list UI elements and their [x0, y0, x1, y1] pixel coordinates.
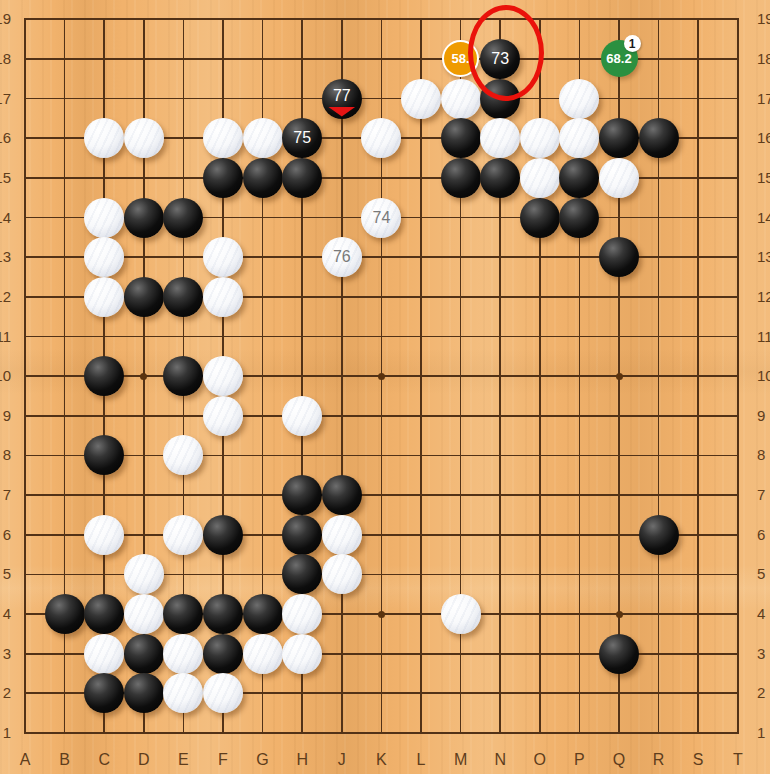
- white-stone-C14: [84, 198, 124, 238]
- row-label-right-2: 2: [757, 683, 770, 703]
- column-label-D: D: [129, 750, 159, 770]
- white-stone-F12: [203, 277, 243, 317]
- column-label-C: C: [89, 750, 119, 770]
- column-label-K: K: [366, 750, 396, 770]
- black-stone-R16: [639, 118, 679, 158]
- row-label-right-3: 3: [757, 644, 770, 664]
- grid-line-vertical: [697, 18, 699, 734]
- black-stone-Q16: [599, 118, 639, 158]
- row-label-left-17: 17: [0, 89, 11, 109]
- black-stone-D2: [124, 673, 164, 713]
- star-point: [140, 373, 147, 380]
- black-stone-Q3: [599, 634, 639, 674]
- move-number: 77: [333, 88, 351, 104]
- grid-line-vertical: [420, 18, 422, 734]
- black-stone-J7: [322, 475, 362, 515]
- black-stone-O14: [520, 198, 560, 238]
- row-label-right-17: 17: [757, 89, 770, 109]
- white-stone-D4: [124, 594, 164, 634]
- row-label-right-6: 6: [757, 525, 770, 545]
- column-label-M: M: [446, 750, 476, 770]
- black-stone-H15: [282, 158, 322, 198]
- row-label-left-19: 19: [0, 9, 11, 29]
- row-label-left-13: 13: [0, 247, 11, 267]
- row-label-left-5: 5: [0, 564, 11, 584]
- last-move-marker: [328, 107, 356, 117]
- black-stone-B4: [45, 594, 85, 634]
- row-label-left-1: 1: [0, 723, 11, 743]
- white-stone-O16: [520, 118, 560, 158]
- black-stone-F6: [203, 515, 243, 555]
- highlight-ellipse: [468, 5, 544, 101]
- column-label-E: E: [168, 750, 198, 770]
- white-stone-F9: [203, 396, 243, 436]
- grid-line-horizontal: [24, 455, 739, 457]
- black-stone-F15: [203, 158, 243, 198]
- grid-line-horizontal: [24, 415, 739, 417]
- row-label-right-5: 5: [757, 564, 770, 584]
- row-label-left-9: 9: [0, 406, 11, 426]
- white-stone-E6: [163, 515, 203, 555]
- black-stone-C4: [84, 594, 124, 634]
- white-stone-G16: [243, 118, 283, 158]
- column-label-H: H: [287, 750, 317, 770]
- candidate-score: 58.: [452, 51, 470, 66]
- row-label-left-12: 12: [0, 287, 11, 307]
- grid-line-vertical: [737, 18, 739, 734]
- move-number: 74: [372, 210, 390, 226]
- row-label-right-9: 9: [757, 406, 770, 426]
- white-stone-F10: [203, 356, 243, 396]
- black-stone-E14: [163, 198, 203, 238]
- black-stone-G4: [243, 594, 283, 634]
- column-label-A: A: [10, 750, 40, 770]
- row-label-right-14: 14: [757, 208, 770, 228]
- white-stone-Q15: [599, 158, 639, 198]
- white-stone-P17: [559, 79, 599, 119]
- row-label-right-4: 4: [757, 604, 770, 624]
- star-point: [378, 611, 385, 618]
- column-label-L: L: [406, 750, 436, 770]
- white-stone-F13: [203, 237, 243, 277]
- row-label-right-12: 12: [757, 287, 770, 307]
- row-label-left-11: 11: [0, 327, 11, 347]
- black-stone-H6: [282, 515, 322, 555]
- move-number: 76: [333, 249, 351, 265]
- black-stone-Q13: [599, 237, 639, 277]
- candidate-move-Q18[interactable]: 68.21: [601, 40, 638, 77]
- grid-line-horizontal: [24, 732, 739, 734]
- white-stone-C6: [84, 515, 124, 555]
- white-stone-K14: 74: [361, 198, 401, 238]
- white-stone-F16: [203, 118, 243, 158]
- white-stone-L17: [401, 79, 441, 119]
- column-label-B: B: [50, 750, 80, 770]
- row-label-left-8: 8: [0, 445, 11, 465]
- black-stone-D14: [124, 198, 164, 238]
- white-stone-C12: [84, 277, 124, 317]
- candidate-score: 68.2: [606, 51, 631, 66]
- row-label-right-19: 19: [757, 9, 770, 29]
- row-label-right-7: 7: [757, 485, 770, 505]
- row-label-right-8: 8: [757, 445, 770, 465]
- black-stone-R6: [639, 515, 679, 555]
- column-label-F: F: [208, 750, 238, 770]
- row-label-left-10: 10: [0, 366, 11, 386]
- white-stone-J5: [322, 554, 362, 594]
- black-stone-G15: [243, 158, 283, 198]
- row-label-left-2: 2: [0, 683, 11, 703]
- black-stone-H7: [282, 475, 322, 515]
- row-label-left-3: 3: [0, 644, 11, 664]
- column-label-O: O: [525, 750, 555, 770]
- row-label-right-16: 16: [757, 128, 770, 148]
- row-label-left-7: 7: [0, 485, 11, 505]
- white-stone-E3: [163, 634, 203, 674]
- black-stone-N15: [480, 158, 520, 198]
- rank-badge: 1: [624, 35, 641, 52]
- white-stone-M17: [441, 79, 481, 119]
- column-label-P: P: [564, 750, 594, 770]
- white-stone-H4: [282, 594, 322, 634]
- white-stone-H9: [282, 396, 322, 436]
- white-stone-M4: [441, 594, 481, 634]
- white-stone-D16: [124, 118, 164, 158]
- white-stone-J13: 76: [322, 237, 362, 277]
- grid-line-horizontal: [24, 494, 739, 496]
- white-stone-J6: [322, 515, 362, 555]
- black-stone-F3: [203, 634, 243, 674]
- column-label-G: G: [248, 750, 278, 770]
- column-label-Q: Q: [604, 750, 634, 770]
- star-point: [616, 373, 623, 380]
- row-label-left-14: 14: [0, 208, 11, 228]
- row-label-left-16: 16: [0, 128, 11, 148]
- column-label-J: J: [327, 750, 357, 770]
- star-point: [378, 373, 385, 380]
- column-label-S: S: [683, 750, 713, 770]
- row-label-right-11: 11: [757, 327, 770, 347]
- row-label-right-10: 10: [757, 366, 770, 386]
- move-number: 75: [293, 130, 311, 146]
- row-label-right-13: 13: [757, 247, 770, 267]
- white-stone-O15: [520, 158, 560, 198]
- black-stone-J17: 77: [322, 79, 362, 119]
- row-label-left-4: 4: [0, 604, 11, 624]
- row-label-left-18: 18: [0, 49, 11, 69]
- white-stone-D5: [124, 554, 164, 594]
- black-stone-M15: [441, 158, 481, 198]
- black-stone-E12: [163, 277, 203, 317]
- column-label-N: N: [485, 750, 515, 770]
- black-stone-P14: [559, 198, 599, 238]
- black-stone-F4: [203, 594, 243, 634]
- row-label-left-15: 15: [0, 168, 11, 188]
- black-stone-D12: [124, 277, 164, 317]
- row-label-right-18: 18: [757, 49, 770, 69]
- black-stone-D3: [124, 634, 164, 674]
- row-label-left-6: 6: [0, 525, 11, 545]
- white-stone-H3: [282, 634, 322, 674]
- row-label-right-1: 1: [757, 723, 770, 743]
- white-stone-G3: [243, 634, 283, 674]
- go-board-app: 1919181817171616151514141313121211111010…: [0, 0, 770, 774]
- column-label-R: R: [644, 750, 674, 770]
- star-point: [616, 611, 623, 618]
- row-label-right-15: 15: [757, 168, 770, 188]
- column-label-T: T: [723, 750, 753, 770]
- black-stone-M16: [441, 118, 481, 158]
- grid-line-horizontal: [24, 534, 739, 536]
- white-stone-C3: [84, 634, 124, 674]
